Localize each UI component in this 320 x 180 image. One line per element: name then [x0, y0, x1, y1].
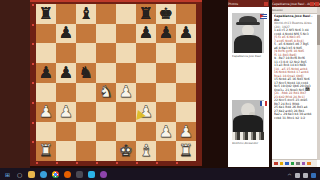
system-tray: ^ — [287, 173, 316, 178]
square-b4[interactable] — [56, 83, 76, 103]
toolbar-color-button-4[interactable] — [296, 162, 300, 166]
square-f4[interactable] — [136, 83, 156, 103]
square-b1[interactable] — [56, 141, 76, 161]
player-caption-black: Alekhine,Alexander — [232, 141, 258, 144]
square-d2[interactable] — [96, 122, 116, 142]
piece-wP-h2[interactable]: ♟ — [179, 124, 193, 140]
square-e4[interactable]: ♟ — [116, 83, 136, 103]
square-a2[interactable] — [36, 122, 56, 142]
game-header: Capablanca,Jose Raul - Ale — [274, 14, 317, 21]
piece-bR-f8[interactable]: ♜ — [139, 6, 153, 22]
toolbar-color-button-1[interactable] — [280, 162, 284, 166]
square-g3[interactable] — [156, 102, 176, 122]
piece-wP-e4[interactable]: ♟ — [119, 84, 133, 100]
piece-bK-g8[interactable]: ♚ — [159, 6, 173, 22]
search-icon[interactable]: ○ — [16, 171, 23, 178]
square-b6[interactable] — [56, 43, 76, 63]
network-icon[interactable] — [295, 173, 300, 178]
square-f7[interactable]: ♟ — [136, 24, 156, 44]
square-e8[interactable] — [116, 4, 136, 24]
player-photos-panel: Photos Capablanca,Jose Raul Alekhine,Ale… — [228, 0, 269, 167]
square-h4[interactable] — [176, 83, 196, 103]
square-f6[interactable] — [136, 43, 156, 63]
windows-taskbar: ⊞○ ^ — [0, 168, 320, 180]
piece-wP-g2[interactable]: ♟ — [159, 124, 173, 140]
square-d5[interactable] — [96, 63, 116, 83]
cuba-flag-icon — [260, 14, 267, 19]
square-e7[interactable] — [116, 24, 136, 44]
square-g7[interactable]: ♟ — [156, 24, 176, 44]
square-e5[interactable] — [116, 63, 136, 83]
piece-wB-f1[interactable]: ♝ — [139, 143, 153, 159]
action-center-icon[interactable] — [311, 173, 316, 178]
square-g6[interactable] — [156, 43, 176, 63]
square-d8[interactable] — [96, 4, 116, 24]
square-a5[interactable]: ♟ — [36, 63, 56, 83]
notation-body: Capablanca,Jose Raul - Ale World-ch13 Bu… — [274, 14, 317, 160]
chrome-browser-icon[interactable] — [52, 171, 59, 178]
square-c5[interactable]: ♞ — [76, 63, 96, 83]
square-c7[interactable] — [76, 24, 96, 44]
france-flag-icon — [260, 101, 267, 106]
square-c4[interactable] — [76, 83, 96, 103]
square-b3[interactable]: ♟ — [56, 102, 76, 122]
square-c1[interactable] — [76, 141, 96, 161]
square-e2[interactable] — [116, 122, 136, 142]
close-icon[interactable] — [315, 2, 319, 6]
firefox-browser-icon[interactable] — [64, 171, 71, 178]
toolbar-color-button-0[interactable] — [274, 162, 278, 166]
square-f8[interactable]: ♜ — [136, 4, 156, 24]
piece-wP-a3[interactable]: ♟ — [39, 104, 53, 120]
main-line[interactable]: cxb4 31.Rhc1 b2 1/2 — [274, 116, 317, 120]
square-a4[interactable] — [36, 83, 56, 103]
square-e3[interactable] — [116, 102, 136, 122]
game-event: World-ch13 Buenos Aires (24), 1927 — [274, 21, 317, 28]
square-g5[interactable] — [156, 63, 176, 83]
piece-wN-d4[interactable]: ♞ — [99, 84, 113, 100]
square-h2[interactable]: ♟ — [176, 122, 196, 142]
toolbar-color-button-2[interactable] — [285, 162, 289, 166]
chess-pieces-foreground — [232, 132, 264, 140]
player-caption-white: Capablanca,Jose Raul — [232, 54, 261, 57]
square-b7[interactable]: ♟ — [56, 24, 76, 44]
chess-board-window: ♜♝♜♚♟♟♟♟♟♟♞♞♟♟♟♟♟♟♜♚♝♜ — [30, 0, 202, 166]
photos-title: Photos — [228, 2, 238, 6]
piece-bB-c8[interactable]: ♝ — [79, 6, 93, 22]
edge-browser-icon[interactable] — [40, 171, 47, 178]
square-b2[interactable] — [56, 122, 76, 142]
piece-bP-b7[interactable]: ♟ — [59, 25, 73, 41]
square-c8[interactable]: ♝ — [76, 4, 96, 24]
square-e6[interactable] — [116, 43, 136, 63]
square-h8[interactable] — [176, 4, 196, 24]
move-list: 1.e4 c5 2.Nf3 Nc6 3.d4 cxd4 4.Nxd4 Nf6 5… — [274, 28, 317, 119]
desktop-background — [0, 0, 30, 168]
photo-capablanca — [232, 13, 264, 53]
square-e1[interactable]: ♚ — [116, 141, 136, 161]
close-icon[interactable] — [264, 2, 268, 6]
square-c6[interactable] — [76, 43, 96, 63]
square-a6[interactable] — [36, 43, 56, 63]
toolbar-color-button-3[interactable] — [291, 162, 295, 166]
toolbar-color-button-5[interactable] — [302, 162, 306, 166]
square-a8[interactable]: ♜ — [36, 4, 56, 24]
photos-titlebar: Photos — [228, 0, 269, 7]
maximize-icon[interactable] — [310, 2, 314, 6]
square-a1[interactable]: ♜ — [36, 141, 56, 161]
square-h5[interactable] — [176, 63, 196, 83]
square-d6[interactable] — [96, 43, 116, 63]
square-g1[interactable] — [156, 141, 176, 161]
file-explorer-icon[interactable] — [28, 171, 35, 178]
piece-bR-a8[interactable]: ♜ — [39, 6, 53, 22]
square-f5[interactable] — [136, 63, 156, 83]
piece-wP-b3[interactable]: ♟ — [59, 104, 73, 120]
square-f2[interactable] — [136, 122, 156, 142]
piece-bP-g7[interactable]: ♟ — [159, 25, 173, 41]
store-icon[interactable] — [88, 171, 95, 178]
volume-icon[interactable] — [303, 173, 308, 178]
chess-board: ♜♝♜♚♟♟♟♟♟♟♞♞♟♟♟♟♟♟♜♚♝♜ — [36, 4, 196, 161]
piece-bP-b5[interactable]: ♟ — [59, 65, 73, 81]
photo-alekhine — [232, 100, 264, 140]
annotation-toolbar — [272, 159, 317, 167]
media-player-icon[interactable] — [100, 171, 107, 178]
square-b5[interactable]: ♟ — [56, 63, 76, 83]
square-g4[interactable] — [156, 83, 176, 103]
square-f1[interactable]: ♝ — [136, 141, 156, 161]
square-b8[interactable] — [56, 4, 76, 24]
square-h1[interactable]: ♜ — [176, 141, 196, 161]
piece-wR-a1[interactable]: ♜ — [39, 143, 53, 159]
rank-tick-marks — [32, 4, 34, 161]
file-tick-marks — [36, 162, 196, 164]
notation-titlebar: Capablanca,Jose Raul - Alekhine — [272, 0, 320, 7]
notation-panel: Capablanca,Jose Raul - Alekhine Notation… — [272, 0, 320, 167]
square-h7[interactable]: ♟ — [176, 24, 196, 44]
square-d4[interactable]: ♞ — [96, 83, 116, 103]
piece-wR-h1[interactable]: ♜ — [179, 143, 193, 159]
piece-bP-a5[interactable]: ♟ — [39, 65, 53, 81]
taskbar-icons: ⊞○ — [4, 171, 107, 178]
square-c2[interactable] — [76, 122, 96, 142]
tab-notation[interactable]: Notation — [272, 9, 283, 12]
square-a7[interactable] — [36, 24, 56, 44]
suit-shape — [233, 115, 263, 132]
suit-shape — [234, 35, 262, 53]
caret-icon[interactable]: ^ — [287, 173, 292, 178]
piece-bN-c5[interactable]: ♞ — [79, 65, 93, 81]
piece-bP-h7[interactable]: ♟ — [179, 25, 193, 41]
square-g8[interactable]: ♚ — [156, 4, 176, 24]
piece-wK-e1[interactable]: ♚ — [119, 143, 133, 159]
notation-tabs[interactable]: Notation — [272, 7, 320, 14]
mail-icon[interactable] — [76, 171, 83, 178]
square-c3[interactable] — [76, 102, 96, 122]
square-g2[interactable]: ♟ — [156, 122, 176, 142]
toolbar-color-button-6[interactable] — [307, 162, 311, 166]
square-a3[interactable]: ♟ — [36, 102, 56, 122]
square-d1[interactable] — [96, 141, 116, 161]
start-icon[interactable]: ⊞ — [4, 171, 11, 178]
square-h6[interactable] — [176, 43, 196, 63]
piece-bP-f7[interactable]: ♟ — [139, 25, 153, 41]
square-h3[interactable] — [176, 102, 196, 122]
square-d7[interactable] — [96, 24, 116, 44]
square-d3[interactable] — [96, 102, 116, 122]
